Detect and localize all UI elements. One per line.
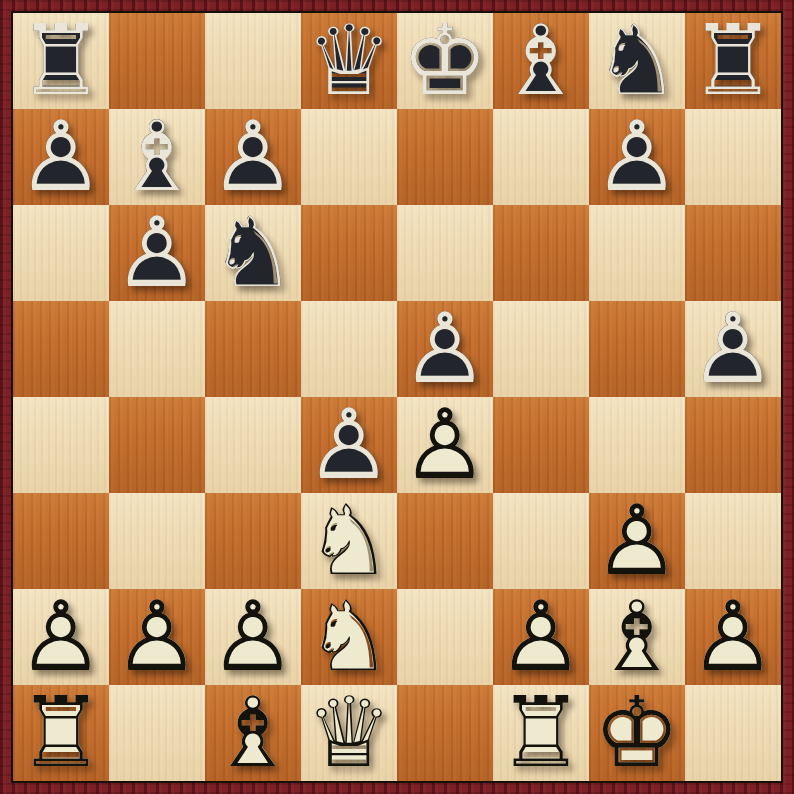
square-e2[interactable]: [397, 589, 493, 685]
piece-white-queen: ♛♕: [301, 685, 397, 781]
square-b5[interactable]: [109, 301, 205, 397]
square-e6[interactable]: [397, 205, 493, 301]
square-a2[interactable]: ♟♙: [13, 589, 109, 685]
piece-black-pawn: ♟♙: [397, 301, 493, 397]
piece-white-rook: ♜♖: [13, 685, 109, 781]
pawn-outline-glyph: ♙: [205, 109, 301, 205]
rook-outline-glyph: ♖: [13, 13, 109, 109]
square-e1[interactable]: [397, 685, 493, 781]
square-e8[interactable]: ♚♔: [397, 13, 493, 109]
piece-black-rook: ♜♖: [685, 13, 781, 109]
piece-black-bishop: ♝♗: [493, 13, 589, 109]
square-f4[interactable]: [493, 397, 589, 493]
pawn-outline-glyph: ♙: [13, 109, 109, 205]
king-outline-glyph: ♔: [397, 13, 493, 109]
piece-black-pawn: ♟♙: [13, 109, 109, 205]
square-d7[interactable]: [301, 109, 397, 205]
square-d2[interactable]: ♞♘: [301, 589, 397, 685]
bishop-outline-glyph: ♗: [109, 109, 205, 205]
square-d6[interactable]: [301, 205, 397, 301]
square-c4[interactable]: [205, 397, 301, 493]
piece-white-pawn: ♟♙: [589, 493, 685, 589]
square-b7[interactable]: ♝♗: [109, 109, 205, 205]
piece-black-pawn: ♟♙: [685, 301, 781, 397]
square-c8[interactable]: [205, 13, 301, 109]
square-g5[interactable]: [589, 301, 685, 397]
square-b6[interactable]: ♟♙: [109, 205, 205, 301]
bishop-outline-glyph: ♗: [589, 589, 685, 685]
rook-outline-glyph: ♖: [493, 685, 589, 781]
square-h3[interactable]: [685, 493, 781, 589]
square-g2[interactable]: ♝♗: [589, 589, 685, 685]
square-d1[interactable]: ♛♕: [301, 685, 397, 781]
knight-outline-glyph: ♘: [301, 493, 397, 589]
pawn-outline-glyph: ♙: [493, 589, 589, 685]
pawn-outline-glyph: ♙: [397, 397, 493, 493]
piece-black-knight: ♞♘: [205, 205, 301, 301]
square-e5[interactable]: ♟♙: [397, 301, 493, 397]
square-h1[interactable]: [685, 685, 781, 781]
pawn-outline-glyph: ♙: [13, 589, 109, 685]
pawn-outline-glyph: ♙: [685, 589, 781, 685]
square-a6[interactable]: [13, 205, 109, 301]
square-d5[interactable]: [301, 301, 397, 397]
rook-outline-glyph: ♖: [685, 13, 781, 109]
square-a7[interactable]: ♟♙: [13, 109, 109, 205]
chess-board: ♜♖♛♕♚♔♝♗♞♘♜♖♟♙♝♗♟♙♟♙♟♙♞♘♟♙♟♙♟♙♟♙♞♘♟♙♟♙♟♙…: [13, 13, 781, 781]
piece-white-king: ♚♔: [589, 685, 685, 781]
square-b1[interactable]: [109, 685, 205, 781]
square-h8[interactable]: ♜♖: [685, 13, 781, 109]
piece-white-rook: ♜♖: [493, 685, 589, 781]
bishop-outline-glyph: ♗: [493, 13, 589, 109]
piece-white-pawn: ♟♙: [397, 397, 493, 493]
pawn-outline-glyph: ♙: [685, 301, 781, 397]
square-f3[interactable]: [493, 493, 589, 589]
piece-black-pawn: ♟♙: [589, 109, 685, 205]
piece-black-queen: ♛♕: [301, 13, 397, 109]
piece-white-knight: ♞♘: [301, 589, 397, 685]
square-e4[interactable]: ♟♙: [397, 397, 493, 493]
square-d8[interactable]: ♛♕: [301, 13, 397, 109]
square-f8[interactable]: ♝♗: [493, 13, 589, 109]
square-h2[interactable]: ♟♙: [685, 589, 781, 685]
square-a5[interactable]: [13, 301, 109, 397]
piece-white-bishop: ♝♗: [589, 589, 685, 685]
piece-black-bishop: ♝♗: [109, 109, 205, 205]
piece-black-rook: ♜♖: [13, 13, 109, 109]
rook-outline-glyph: ♖: [13, 685, 109, 781]
pawn-outline-glyph: ♙: [397, 301, 493, 397]
square-b3[interactable]: [109, 493, 205, 589]
bishop-outline-glyph: ♗: [205, 685, 301, 781]
square-h6[interactable]: [685, 205, 781, 301]
square-g4[interactable]: [589, 397, 685, 493]
square-g8[interactable]: ♞♘: [589, 13, 685, 109]
square-g1[interactable]: ♚♔: [589, 685, 685, 781]
square-b2[interactable]: ♟♙: [109, 589, 205, 685]
square-a4[interactable]: [13, 397, 109, 493]
piece-white-pawn: ♟♙: [493, 589, 589, 685]
piece-white-pawn: ♟♙: [205, 589, 301, 685]
square-g7[interactable]: ♟♙: [589, 109, 685, 205]
square-f6[interactable]: [493, 205, 589, 301]
piece-white-knight: ♞♘: [301, 493, 397, 589]
square-a3[interactable]: [13, 493, 109, 589]
piece-black-pawn: ♟♙: [301, 397, 397, 493]
square-h7[interactable]: [685, 109, 781, 205]
pawn-outline-glyph: ♙: [589, 109, 685, 205]
queen-outline-glyph: ♕: [301, 685, 397, 781]
pawn-outline-glyph: ♙: [301, 397, 397, 493]
square-f7[interactable]: [493, 109, 589, 205]
board-inner-frame: ♜♖♛♕♚♔♝♗♞♘♜♖♟♙♝♗♟♙♟♙♟♙♞♘♟♙♟♙♟♙♟♙♞♘♟♙♟♙♟♙…: [11, 11, 783, 783]
pawn-outline-glyph: ♙: [205, 589, 301, 685]
chess-board-screenshot: ♜♖♛♕♚♔♝♗♞♘♜♖♟♙♝♗♟♙♟♙♟♙♞♘♟♙♟♙♟♙♟♙♞♘♟♙♟♙♟♙…: [0, 0, 794, 794]
square-c6[interactable]: ♞♘: [205, 205, 301, 301]
square-g6[interactable]: [589, 205, 685, 301]
queen-outline-glyph: ♕: [301, 13, 397, 109]
square-h4[interactable]: [685, 397, 781, 493]
square-a1[interactable]: ♜♖: [13, 685, 109, 781]
square-d4[interactable]: ♟♙: [301, 397, 397, 493]
square-b8[interactable]: [109, 13, 205, 109]
square-c2[interactable]: ♟♙: [205, 589, 301, 685]
piece-black-knight: ♞♘: [589, 13, 685, 109]
knight-outline-glyph: ♘: [301, 589, 397, 685]
piece-black-pawn: ♟♙: [205, 109, 301, 205]
square-c7[interactable]: ♟♙: [205, 109, 301, 205]
pawn-outline-glyph: ♙: [109, 205, 205, 301]
pawn-outline-glyph: ♙: [589, 493, 685, 589]
piece-black-king: ♚♔: [397, 13, 493, 109]
square-f1[interactable]: ♜♖: [493, 685, 589, 781]
square-g3[interactable]: ♟♙: [589, 493, 685, 589]
piece-white-pawn: ♟♙: [109, 589, 205, 685]
pawn-outline-glyph: ♙: [109, 589, 205, 685]
square-b4[interactable]: [109, 397, 205, 493]
square-a8[interactable]: ♜♖: [13, 13, 109, 109]
square-e3[interactable]: [397, 493, 493, 589]
piece-black-pawn: ♟♙: [109, 205, 205, 301]
piece-white-pawn: ♟♙: [13, 589, 109, 685]
square-c3[interactable]: [205, 493, 301, 589]
king-outline-glyph: ♔: [589, 685, 685, 781]
knight-outline-glyph: ♘: [589, 13, 685, 109]
square-h5[interactable]: ♟♙: [685, 301, 781, 397]
square-f5[interactable]: [493, 301, 589, 397]
piece-white-pawn: ♟♙: [685, 589, 781, 685]
piece-white-bishop: ♝♗: [205, 685, 301, 781]
square-f2[interactable]: ♟♙: [493, 589, 589, 685]
square-c5[interactable]: [205, 301, 301, 397]
square-e7[interactable]: [397, 109, 493, 205]
square-d3[interactable]: ♞♘: [301, 493, 397, 589]
knight-outline-glyph: ♘: [205, 205, 301, 301]
square-c1[interactable]: ♝♗: [205, 685, 301, 781]
